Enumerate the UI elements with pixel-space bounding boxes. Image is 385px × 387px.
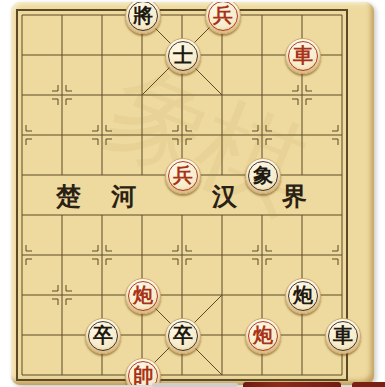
cutoff-ui-strip <box>152 383 238 387</box>
piece-glyph: 帥 <box>133 365 153 385</box>
screenshot: 象棋 楚河 汉界 將兵士車兵象炮炮卒卒炮車帥 <box>0 0 385 387</box>
piece-red-general[interactable]: 帥 <box>125 358 161 385</box>
piece-glyph: 卒 <box>173 325 193 345</box>
piece-glyph: 車 <box>333 325 353 345</box>
xiangqi-board: 象棋 楚河 汉界 將兵士車兵象炮炮卒卒炮車帥 <box>11 2 374 385</box>
piece-black-soldier[interactable]: 卒 <box>85 318 121 354</box>
piece-glyph: 炮 <box>293 285 313 305</box>
cutoff-ui-strip <box>352 382 385 387</box>
piece-red-chariot[interactable]: 車 <box>285 38 321 74</box>
piece-red-cannon[interactable]: 炮 <box>245 318 281 354</box>
piece-glyph: 炮 <box>253 325 273 345</box>
piece-black-elephant[interactable]: 象 <box>245 158 281 194</box>
piece-glyph: 炮 <box>133 285 153 305</box>
piece-black-general[interactable]: 將 <box>125 2 161 34</box>
piece-red-cannon[interactable]: 炮 <box>125 278 161 314</box>
piece-black-cannon[interactable]: 炮 <box>285 278 321 314</box>
piece-black-soldier[interactable]: 卒 <box>165 318 201 354</box>
piece-glyph: 車 <box>293 45 313 65</box>
cutoff-ui-strip <box>243 382 341 387</box>
piece-glyph: 將 <box>133 5 153 25</box>
piece-glyph: 象 <box>253 165 273 185</box>
piece-glyph: 兵 <box>213 5 233 25</box>
piece-red-soldier[interactable]: 兵 <box>165 158 201 194</box>
piece-glyph: 卒 <box>93 325 113 345</box>
piece-red-soldier[interactable]: 兵 <box>205 2 241 34</box>
pieces-grid: 將兵士車兵象炮炮卒卒炮車帥 <box>11 2 362 385</box>
piece-black-advisor[interactable]: 士 <box>165 38 201 74</box>
piece-glyph: 士 <box>173 45 193 65</box>
piece-glyph: 兵 <box>173 165 193 185</box>
piece-black-chariot[interactable]: 車 <box>325 318 361 354</box>
